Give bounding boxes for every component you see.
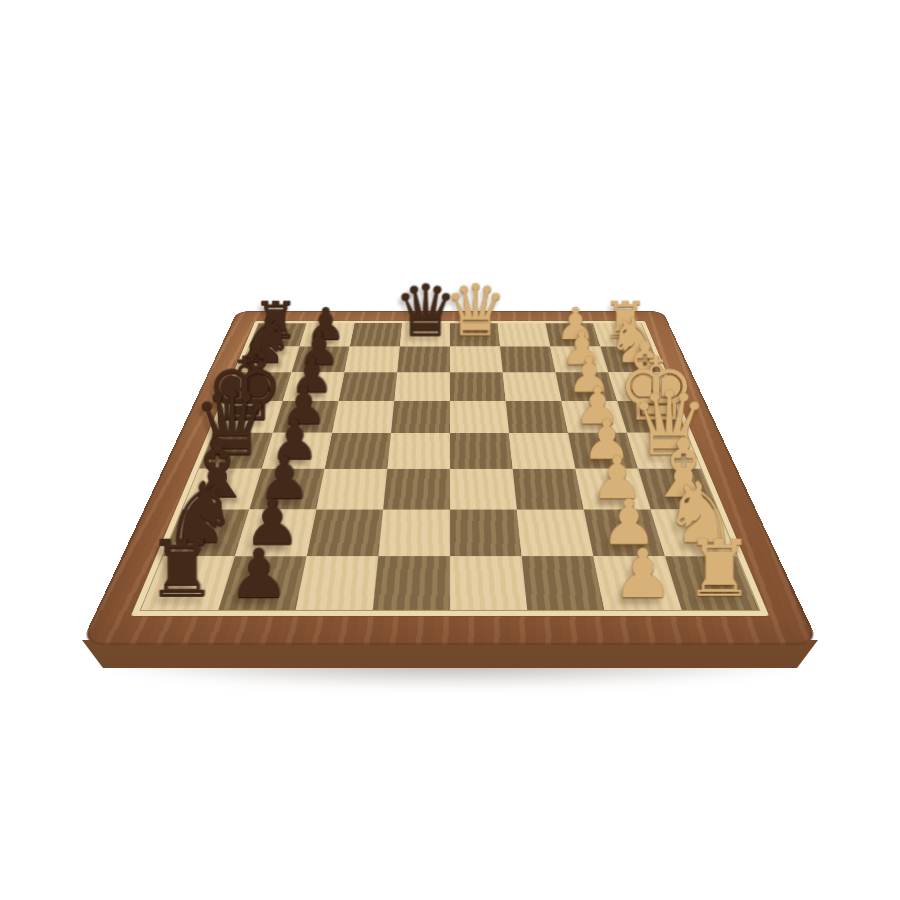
square-d3[interactable] bbox=[509, 433, 575, 469]
square-b6[interactable] bbox=[307, 510, 383, 557]
black-pawn-a7[interactable]: ♟ bbox=[227, 542, 288, 606]
white-queen-h4[interactable]: ♛ bbox=[443, 278, 507, 346]
square-c5[interactable] bbox=[383, 469, 450, 510]
square-f4[interactable] bbox=[450, 372, 506, 401]
black-rook-a8[interactable]: ♜ bbox=[146, 532, 216, 606]
square-g5[interactable] bbox=[397, 347, 450, 373]
white-rook-a1[interactable]: ♜ bbox=[684, 532, 754, 606]
square-a1[interactable]: ♜ bbox=[665, 556, 759, 610]
chess-product-photo: ♜♟♛♛♟♜♞♟♟♞♝♟♟♝♚♟♟♚♛♟♟♛♝♟♟♝♞♟♟♞♜♟♟♜ bbox=[0, 0, 900, 900]
square-b4[interactable] bbox=[450, 510, 522, 557]
square-c6[interactable] bbox=[316, 469, 387, 510]
chess-board: ♜♟♛♛♟♜♞♟♟♞♝♟♟♝♚♟♟♚♛♟♟♛♝♟♟♝♞♟♟♞♜♟♟♜ bbox=[80, 311, 819, 645]
square-a6[interactable] bbox=[296, 556, 379, 610]
square-g4[interactable] bbox=[450, 347, 503, 373]
square-a2[interactable]: ♟ bbox=[593, 556, 681, 610]
square-d5[interactable] bbox=[387, 433, 450, 469]
board-grid: ♜♟♛♛♟♜♞♟♟♞♝♟♟♝♚♟♟♚♛♟♟♛♝♟♟♝♞♟♟♞♜♟♟♜ bbox=[141, 323, 759, 610]
square-h5[interactable]: ♛ bbox=[400, 323, 450, 346]
square-a8[interactable]: ♜ bbox=[141, 556, 235, 610]
square-d4[interactable] bbox=[450, 433, 513, 469]
square-d6[interactable] bbox=[325, 433, 391, 469]
square-f6[interactable] bbox=[339, 372, 398, 401]
square-a7[interactable]: ♟ bbox=[218, 556, 306, 610]
square-f5[interactable] bbox=[394, 372, 450, 401]
square-h4[interactable]: ♛ bbox=[450, 323, 500, 346]
square-b5[interactable] bbox=[378, 510, 450, 557]
square-a5[interactable] bbox=[373, 556, 450, 610]
square-b3[interactable] bbox=[517, 510, 593, 557]
square-e5[interactable] bbox=[391, 401, 450, 433]
square-c4[interactable] bbox=[450, 469, 517, 510]
square-a3[interactable] bbox=[522, 556, 605, 610]
square-g3[interactable] bbox=[500, 347, 555, 373]
square-f3[interactable] bbox=[503, 372, 562, 401]
square-g6[interactable] bbox=[344, 347, 399, 373]
square-e4[interactable] bbox=[450, 401, 509, 433]
square-e3[interactable] bbox=[506, 401, 568, 433]
square-a4[interactable] bbox=[450, 556, 527, 610]
white-pawn-a2[interactable]: ♟ bbox=[612, 542, 673, 606]
square-e6[interactable] bbox=[332, 401, 394, 433]
square-c3[interactable] bbox=[513, 469, 584, 510]
